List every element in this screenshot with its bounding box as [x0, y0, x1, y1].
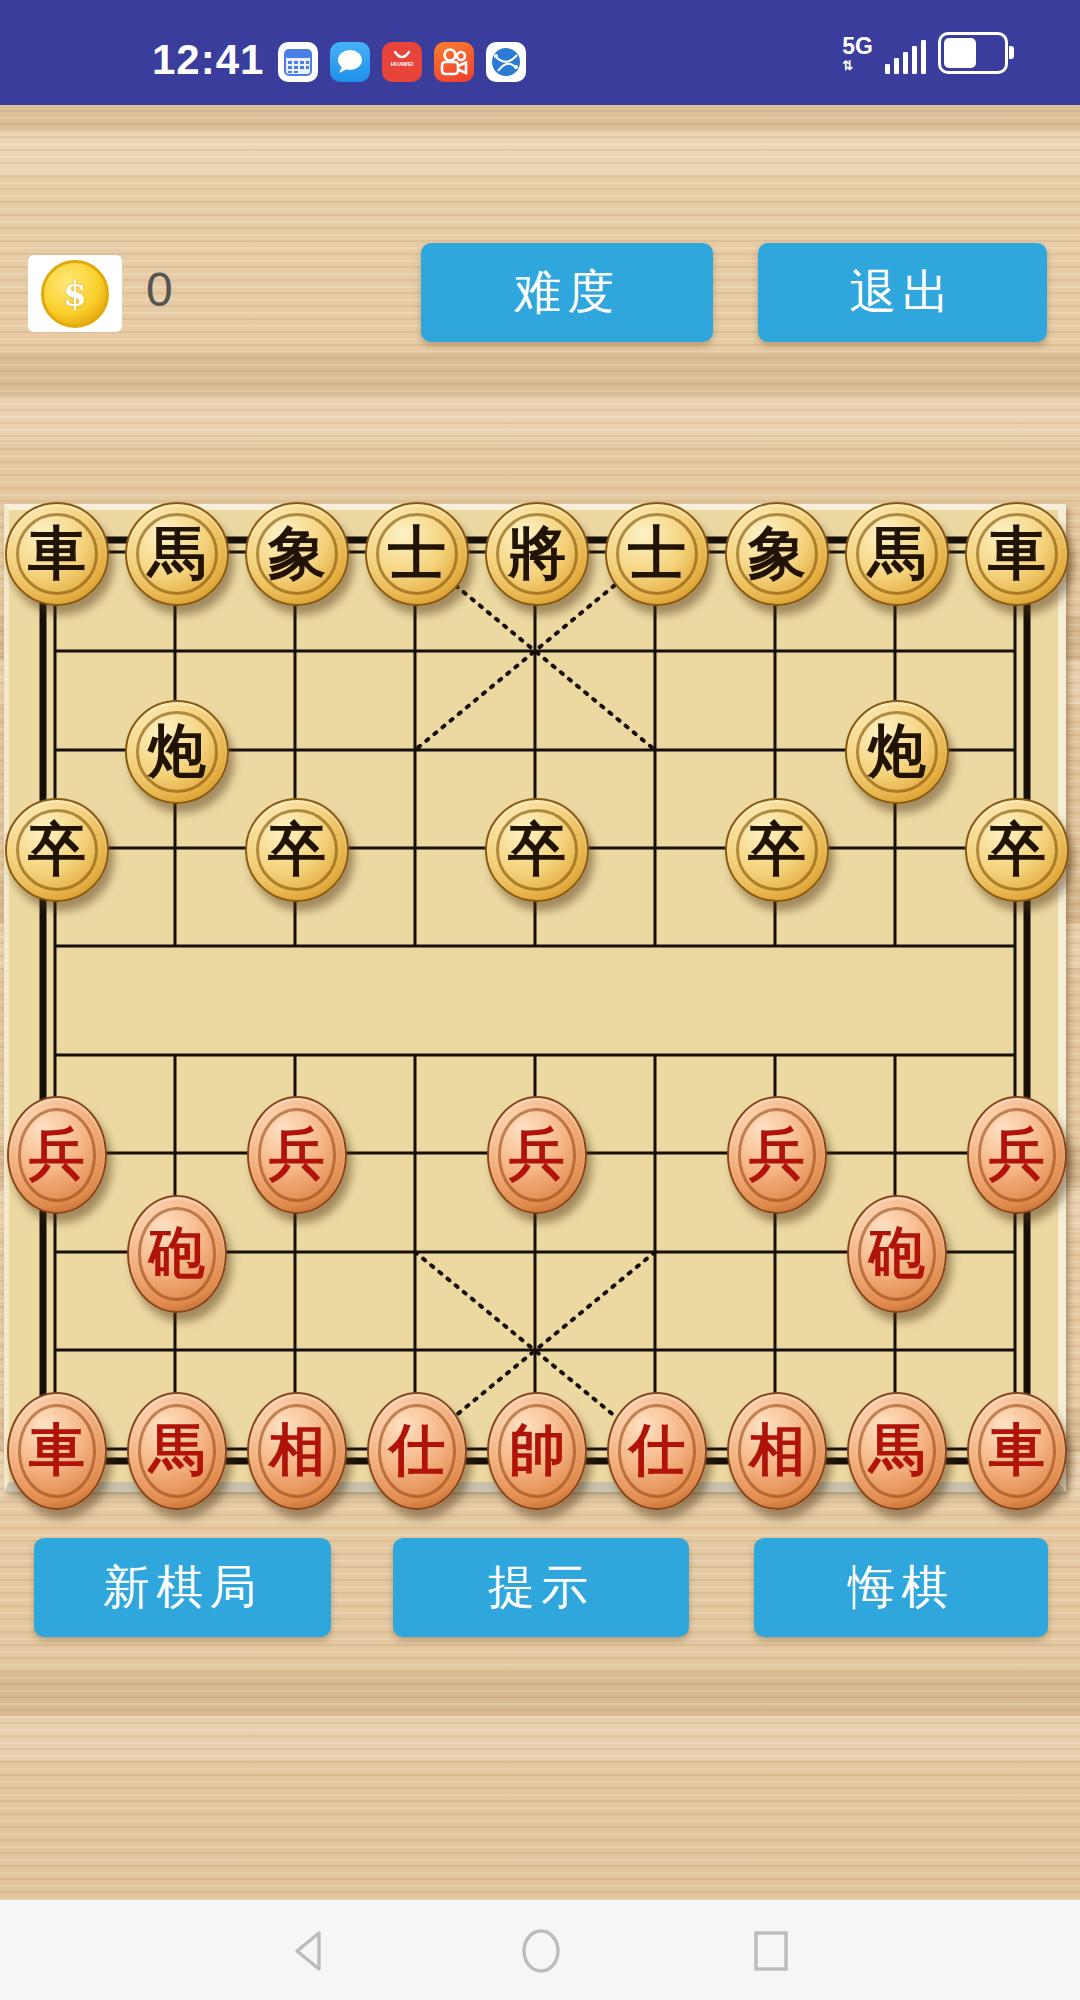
undo-button[interactable]: 悔棋	[754, 1538, 1048, 1637]
signal-strength-icon	[885, 30, 926, 76]
coin-icon: $	[41, 260, 109, 328]
new-game-button[interactable]: 新棋局	[34, 1538, 331, 1637]
piece-black-馬[interactable]: 馬	[845, 502, 949, 606]
network-type-label: 5G⇅	[842, 36, 873, 76]
app-screen: 12:41 HUAWEI 5G⇅	[0, 0, 1080, 2000]
recents-icon[interactable]	[748, 1928, 794, 1974]
battery-fill	[944, 38, 976, 68]
network-arrows: ⇅	[842, 56, 873, 76]
battery-nub	[1009, 46, 1014, 59]
piece-red-馬[interactable]: 馬	[847, 1392, 947, 1510]
piece-red-相[interactable]: 相	[247, 1392, 347, 1510]
piece-red-仕[interactable]: 仕	[367, 1392, 467, 1510]
piece-black-車[interactable]: 車	[5, 502, 109, 606]
android-nav-bar	[0, 1900, 1080, 2000]
coin-badge: $	[28, 255, 122, 332]
piece-black-卒[interactable]: 卒	[485, 798, 589, 902]
status-bar: 12:41 HUAWEI 5G⇅	[0, 0, 1080, 105]
piece-black-卒[interactable]: 卒	[245, 798, 349, 902]
home-icon[interactable]	[518, 1928, 564, 1974]
piece-red-兵[interactable]: 兵	[7, 1096, 107, 1214]
calendar-icon	[278, 42, 318, 82]
piece-black-象[interactable]: 象	[245, 502, 349, 606]
piece-black-卒[interactable]: 卒	[965, 798, 1069, 902]
browser-globe-icon	[486, 42, 526, 82]
hint-button[interactable]: 提示	[393, 1538, 689, 1637]
piece-black-炮[interactable]: 炮	[845, 700, 949, 804]
piece-black-卒[interactable]: 卒	[5, 798, 109, 902]
difficulty-button[interactable]: 难度	[421, 243, 713, 342]
piece-black-卒[interactable]: 卒	[725, 798, 829, 902]
messages-icon	[330, 42, 370, 82]
piece-black-象[interactable]: 象	[725, 502, 829, 606]
exit-button[interactable]: 退出	[758, 243, 1047, 342]
xiangqi-board[interactable]	[4, 504, 1066, 1492]
back-icon[interactable]	[288, 1928, 334, 1974]
piece-red-車[interactable]: 車	[7, 1392, 107, 1510]
piece-red-兵[interactable]: 兵	[727, 1096, 827, 1214]
piece-black-士[interactable]: 士	[605, 502, 709, 606]
appgallery-icon: HUAWEI	[382, 42, 422, 82]
piece-black-炮[interactable]: 炮	[125, 700, 229, 804]
piece-red-兵[interactable]: 兵	[247, 1096, 347, 1214]
piece-red-帥[interactable]: 帥	[487, 1392, 587, 1510]
piece-red-砲[interactable]: 砲	[127, 1195, 227, 1313]
piece-black-將[interactable]: 將	[485, 502, 589, 606]
piece-red-兵[interactable]: 兵	[487, 1096, 587, 1214]
piece-red-兵[interactable]: 兵	[967, 1096, 1067, 1214]
piece-red-馬[interactable]: 馬	[127, 1392, 227, 1510]
piece-red-車[interactable]: 車	[967, 1392, 1067, 1510]
svg-text:HUAWEI: HUAWEI	[391, 61, 414, 67]
video-camera-icon	[434, 42, 474, 82]
coin-count: 0	[146, 262, 206, 317]
piece-red-仕[interactable]: 仕	[607, 1392, 707, 1510]
battery-icon	[938, 32, 1008, 74]
piece-red-相[interactable]: 相	[727, 1392, 827, 1510]
notification-icons: HUAWEI	[278, 42, 526, 82]
piece-black-士[interactable]: 士	[365, 502, 469, 606]
status-right-cluster: 5G⇅	[842, 30, 1008, 76]
piece-red-砲[interactable]: 砲	[847, 1195, 947, 1313]
piece-black-車[interactable]: 車	[965, 502, 1069, 606]
clock: 12:41	[152, 36, 264, 84]
piece-black-馬[interactable]: 馬	[125, 502, 229, 606]
